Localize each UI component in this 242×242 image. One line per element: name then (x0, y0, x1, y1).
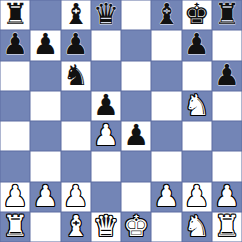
square-g1[interactable]: ♞ (182, 212, 212, 242)
square-c4[interactable] (61, 121, 91, 151)
square-a1[interactable]: ♜ (0, 212, 30, 242)
square-d8[interactable]: ♛ (91, 0, 121, 30)
piece-white-pawn[interactable]: ♟ (153, 182, 179, 211)
square-d5[interactable]: ♟ (91, 91, 121, 121)
square-a4[interactable] (0, 121, 30, 151)
piece-black-pawn[interactable]: ♟ (123, 121, 149, 150)
square-h3[interactable] (212, 151, 242, 181)
square-b7[interactable]: ♟ (30, 30, 60, 60)
piece-black-rook[interactable]: ♜ (214, 0, 240, 29)
square-h8[interactable]: ♜ (212, 0, 242, 30)
square-h1[interactable]: ♜ (212, 212, 242, 242)
piece-black-bishop[interactable]: ♝ (153, 0, 179, 29)
square-g3[interactable] (182, 151, 212, 181)
chess-board: ♜♝♛♝♚♜♟♟♟♟♞♟♟♞♟♟♟♟♟♟♟♟♜♝♛♚♞♜ (0, 0, 242, 242)
square-a7[interactable]: ♟ (0, 30, 30, 60)
square-g4[interactable] (182, 121, 212, 151)
square-a2[interactable]: ♟ (0, 182, 30, 212)
square-g6[interactable] (182, 61, 212, 91)
square-h4[interactable] (212, 121, 242, 151)
piece-white-pawn[interactable]: ♟ (214, 182, 240, 211)
piece-black-queen[interactable]: ♛ (93, 0, 119, 29)
square-e7[interactable] (121, 30, 151, 60)
square-d3[interactable] (91, 151, 121, 181)
piece-white-pawn[interactable]: ♟ (2, 182, 28, 211)
piece-black-king[interactable]: ♚ (184, 0, 210, 29)
square-h2[interactable]: ♟ (212, 182, 242, 212)
piece-white-knight[interactable]: ♞ (184, 212, 210, 241)
piece-white-pawn[interactable]: ♟ (32, 182, 58, 211)
piece-white-king[interactable]: ♚ (123, 212, 149, 241)
square-d2[interactable] (91, 182, 121, 212)
piece-black-pawn[interactable]: ♟ (214, 61, 240, 90)
square-b1[interactable] (30, 212, 60, 242)
piece-black-bishop[interactable]: ♝ (63, 0, 89, 29)
square-d7[interactable] (91, 30, 121, 60)
square-a6[interactable] (0, 61, 30, 91)
square-f1[interactable] (151, 212, 181, 242)
square-d6[interactable] (91, 61, 121, 91)
square-b2[interactable]: ♟ (30, 182, 60, 212)
square-e5[interactable] (121, 91, 151, 121)
square-e6[interactable] (121, 61, 151, 91)
piece-white-rook[interactable]: ♜ (214, 212, 240, 241)
piece-black-pawn[interactable]: ♟ (2, 30, 28, 59)
square-g5[interactable]: ♞ (182, 91, 212, 121)
square-a5[interactable] (0, 91, 30, 121)
square-h6[interactable]: ♟ (212, 61, 242, 91)
square-b8[interactable] (30, 0, 60, 30)
piece-white-pawn[interactable]: ♟ (63, 182, 89, 211)
piece-white-bishop[interactable]: ♝ (63, 212, 89, 241)
square-d1[interactable]: ♛ (91, 212, 121, 242)
piece-white-pawn[interactable]: ♟ (93, 121, 119, 150)
square-b5[interactable] (30, 91, 60, 121)
square-g7[interactable]: ♟ (182, 30, 212, 60)
square-c8[interactable]: ♝ (61, 0, 91, 30)
square-e1[interactable]: ♚ (121, 212, 151, 242)
piece-black-pawn[interactable]: ♟ (63, 30, 89, 59)
square-a8[interactable]: ♜ (0, 0, 30, 30)
square-e8[interactable] (121, 0, 151, 30)
square-h5[interactable] (212, 91, 242, 121)
square-c1[interactable]: ♝ (61, 212, 91, 242)
square-e4[interactable]: ♟ (121, 121, 151, 151)
square-f5[interactable] (151, 91, 181, 121)
square-f7[interactable] (151, 30, 181, 60)
square-c2[interactable]: ♟ (61, 182, 91, 212)
piece-white-pawn[interactable]: ♟ (184, 182, 210, 211)
piece-black-knight[interactable]: ♞ (63, 61, 89, 90)
piece-white-rook[interactable]: ♜ (2, 212, 28, 241)
square-e2[interactable] (121, 182, 151, 212)
piece-black-pawn[interactable]: ♟ (93, 91, 119, 120)
square-c6[interactable]: ♞ (61, 61, 91, 91)
square-d4[interactable]: ♟ (91, 121, 121, 151)
square-a3[interactable] (0, 151, 30, 181)
chess-board-container: ♜♝♛♝♚♜♟♟♟♟♞♟♟♞♟♟♟♟♟♟♟♟♜♝♛♚♞♜ (0, 0, 242, 242)
square-b4[interactable] (30, 121, 60, 151)
square-g8[interactable]: ♚ (182, 0, 212, 30)
square-b3[interactable] (30, 151, 60, 181)
square-b6[interactable] (30, 61, 60, 91)
square-f8[interactable]: ♝ (151, 0, 181, 30)
piece-black-pawn[interactable]: ♟ (184, 30, 210, 59)
square-f6[interactable] (151, 61, 181, 91)
square-g2[interactable]: ♟ (182, 182, 212, 212)
square-h7[interactable] (212, 30, 242, 60)
square-c7[interactable]: ♟ (61, 30, 91, 60)
piece-white-knight[interactable]: ♞ (184, 91, 210, 120)
piece-white-queen[interactable]: ♛ (93, 212, 119, 241)
square-f4[interactable] (151, 121, 181, 151)
square-f2[interactable]: ♟ (151, 182, 181, 212)
square-c5[interactable] (61, 91, 91, 121)
piece-black-pawn[interactable]: ♟ (32, 30, 58, 59)
square-c3[interactable] (61, 151, 91, 181)
square-e3[interactable] (121, 151, 151, 181)
square-f3[interactable] (151, 151, 181, 181)
piece-black-rook[interactable]: ♜ (2, 0, 28, 29)
